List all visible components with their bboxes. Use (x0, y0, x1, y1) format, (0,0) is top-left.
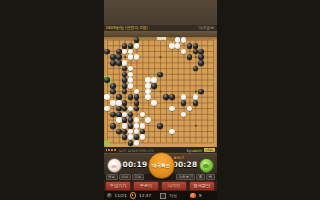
stone-white (122, 60, 128, 66)
stone-black (110, 123, 116, 129)
stone-white (145, 117, 151, 123)
stone-white (134, 140, 140, 146)
stone-black (128, 43, 134, 49)
masked-nick-dot (111, 149, 113, 151)
go-app-window: 1805번방 (관전자 2명) 대국정보 승단급 초단 7급 바둑 3판 님이 … (104, 0, 217, 200)
confirm-move-label: 대국확인 (152, 163, 170, 168)
stone-black (193, 100, 199, 106)
stone-white (151, 100, 157, 106)
stone-white (134, 54, 140, 60)
stone-black (198, 60, 204, 66)
black-stone-icon (107, 193, 112, 198)
stone-black (169, 94, 175, 100)
stone-black (116, 106, 122, 112)
stone-white (169, 129, 175, 135)
player-right-clock: 00:28 (173, 160, 198, 169)
opponent-name-wrap: kyuwon 18급 (187, 148, 215, 153)
go-board[interactable] (104, 37, 217, 147)
stone-white (104, 94, 110, 100)
stone-black (151, 83, 157, 89)
stone-white (169, 106, 175, 112)
stone-white (134, 43, 140, 49)
chat-toggle-label: 채팅 (169, 193, 177, 198)
stone-black (110, 89, 116, 95)
stone-black (134, 100, 140, 106)
stone-white (134, 123, 140, 129)
board-pull-handle[interactable] (156, 37, 167, 41)
stone-black (122, 83, 128, 89)
player-left-avatar (107, 158, 122, 173)
stone-white (145, 83, 151, 89)
bottom-status-bar: 11/21 12:47 채팅 9 (104, 191, 217, 200)
stone-black (157, 72, 163, 78)
player-bar: 00:19 초읽기 00:28 대국확인 (104, 153, 217, 175)
stone-black (110, 112, 116, 118)
opponent-rank-badge: 18급 (204, 148, 215, 153)
stone-white (128, 83, 134, 89)
action-buttons-row: 수넘기기무르기나가기형세판단 (104, 180, 217, 191)
stone-white (110, 100, 116, 106)
masked-nick-dot (106, 149, 108, 151)
chat-toggle-checkbox[interactable] (160, 193, 166, 199)
stone-black (134, 37, 140, 43)
player-left-clock: 00:19 (123, 160, 148, 169)
stone-black (181, 100, 187, 106)
stone-black (187, 54, 193, 60)
stone-white (140, 123, 146, 129)
action-button-1[interactable]: 무르기 (133, 181, 159, 191)
stone-black (110, 60, 116, 66)
stone-white (181, 37, 187, 43)
stone-black (116, 129, 122, 135)
stone-black (116, 60, 122, 66)
stone-black (110, 83, 116, 89)
opponent-name: kyuwon (187, 148, 202, 153)
top-banner-area (104, 0, 217, 25)
stone-black (128, 123, 134, 129)
confirm-move-button[interactable]: 대국확인 (148, 152, 175, 179)
chat-message: 님이 입장하셨습니다 (119, 148, 154, 153)
stone-white (140, 134, 146, 140)
stone-black (128, 140, 134, 146)
chat-message-wrap: 님이 입장하셨습니다 (106, 148, 155, 153)
stone-white (116, 100, 122, 106)
stone-black (122, 43, 128, 49)
stone-black (157, 123, 163, 129)
hint-marker (104, 140, 110, 146)
stone-black (187, 43, 193, 49)
stone-white (128, 77, 134, 83)
orange-stone-icon (190, 193, 196, 199)
counter-value: 9 (199, 193, 202, 198)
stone-white (175, 43, 181, 49)
stone-white (145, 77, 151, 83)
stone-white (122, 123, 128, 129)
masked-nick-dot (108, 149, 110, 151)
masked-nick-dot (114, 149, 116, 151)
elapsed-time: 12:47 (139, 193, 151, 198)
stone-white (116, 117, 122, 123)
stone-black (104, 77, 110, 83)
action-button-2[interactable]: 나가기 (161, 181, 187, 191)
stone-white (169, 43, 175, 49)
move-counter: 11/21 (115, 193, 127, 198)
elapsed-clock-icon (130, 192, 137, 199)
stone-black (104, 49, 110, 55)
stone-white (151, 77, 157, 83)
stone-white (145, 94, 151, 100)
stone-black (193, 43, 199, 49)
action-button-0[interactable]: 수넘기기 (105, 181, 131, 191)
stone-black (163, 94, 169, 100)
action-button-3[interactable]: 형세판단 (189, 181, 215, 191)
byoyomi-label: 초읽기 (174, 156, 185, 160)
player-right-avatar (199, 158, 214, 173)
